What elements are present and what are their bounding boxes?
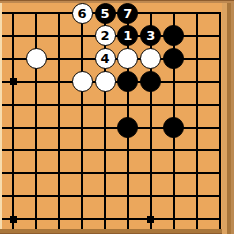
black-stone-move-3[interactable]: 3 bbox=[140, 25, 161, 46]
white-stone-move-6[interactable]: 6 bbox=[72, 3, 93, 24]
black-stone-move-5[interactable]: 5 bbox=[95, 3, 116, 24]
star-point bbox=[10, 78, 17, 85]
move-number: 6 bbox=[78, 7, 87, 20]
white-stone[interactable] bbox=[117, 48, 138, 69]
black-stone[interactable] bbox=[163, 25, 184, 46]
move-number: 1 bbox=[123, 29, 132, 42]
black-stone[interactable] bbox=[117, 117, 138, 138]
black-stone[interactable] bbox=[163, 117, 184, 138]
white-stone-move-4[interactable]: 4 bbox=[95, 48, 116, 69]
white-stone-move-2[interactable]: 2 bbox=[95, 25, 116, 46]
grid-line-vertical bbox=[58, 12, 60, 229]
white-stone[interactable] bbox=[140, 48, 161, 69]
move-number: 5 bbox=[100, 7, 109, 20]
grid-line-vertical bbox=[35, 12, 37, 229]
grid-line-vertical bbox=[196, 12, 198, 229]
go-board[interactable]: 6572134 bbox=[0, 0, 234, 234]
black-stone-move-7[interactable]: 7 bbox=[117, 3, 138, 24]
board-right-edge-outer bbox=[231, 3, 234, 234]
grid-line-vertical bbox=[12, 12, 14, 229]
move-number: 2 bbox=[100, 29, 109, 42]
white-stone[interactable] bbox=[26, 48, 47, 69]
move-number: 4 bbox=[100, 52, 109, 65]
board-left-highlight bbox=[0, 3, 2, 229]
black-stone[interactable] bbox=[140, 71, 161, 92]
grid-line-vertical bbox=[81, 12, 83, 229]
black-stone[interactable] bbox=[117, 71, 138, 92]
board-top-edge bbox=[0, 0, 234, 3]
black-stone-move-1[interactable]: 1 bbox=[117, 25, 138, 46]
board-bottom-edge bbox=[0, 229, 222, 234]
white-stone[interactable] bbox=[72, 71, 93, 92]
move-number: 3 bbox=[146, 29, 155, 42]
grid-line-vertical bbox=[219, 12, 221, 229]
star-point bbox=[147, 216, 154, 223]
move-number: 7 bbox=[123, 7, 132, 20]
black-stone[interactable] bbox=[163, 48, 184, 69]
star-point bbox=[10, 216, 17, 223]
white-stone[interactable] bbox=[95, 71, 116, 92]
